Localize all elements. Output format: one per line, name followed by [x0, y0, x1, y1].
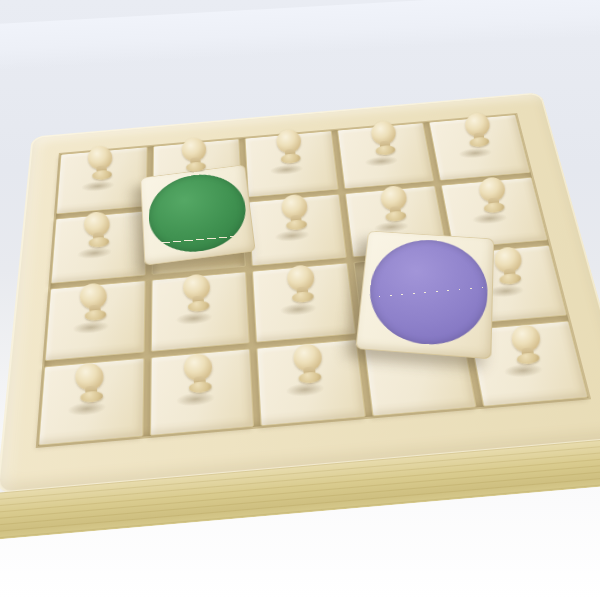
knob-base: [469, 137, 489, 148]
tile-knob[interactable]: [366, 120, 401, 162]
tile-knob[interactable]: [507, 323, 547, 371]
tile-r4c2-face-down[interactable]: [149, 348, 254, 436]
knob-base: [384, 210, 405, 222]
purple-felt-circle: [364, 237, 488, 349]
tile-knob[interactable]: [376, 184, 413, 228]
knob-base: [280, 153, 300, 164]
revealed-tile-purple[interactable]: [355, 231, 494, 360]
knob-base: [499, 273, 521, 285]
tile-knob[interactable]: [178, 273, 216, 319]
tile-grid: [38, 114, 588, 445]
tile-r1c3-face-down[interactable]: [245, 131, 339, 198]
tile-knob[interactable]: [79, 210, 116, 254]
tile-r2c3-face-down[interactable]: [248, 194, 346, 267]
tile-r1c5-face-down[interactable]: [429, 114, 531, 180]
knob-base: [187, 300, 209, 312]
tile-knob[interactable]: [475, 176, 512, 220]
tile-r1c4-face-down[interactable]: [337, 122, 435, 188]
tile-r1c1-face-down[interactable]: [56, 147, 147, 214]
green-felt-circle: [147, 169, 251, 257]
knob-base: [188, 381, 212, 394]
knob-base: [291, 291, 313, 303]
knob-base: [88, 236, 109, 248]
tile-knob[interactable]: [70, 362, 110, 410]
revealed-tile-green[interactable]: [140, 164, 256, 265]
knob-base: [375, 145, 395, 156]
tile-knob[interactable]: [272, 129, 307, 171]
tile-knob[interactable]: [282, 264, 320, 310]
tile-knob[interactable]: [83, 145, 118, 187]
tile-knob[interactable]: [277, 193, 314, 237]
tile-knob[interactable]: [490, 246, 528, 292]
knob-base: [516, 352, 540, 365]
game-board: [0, 92, 600, 494]
tile-knob[interactable]: [179, 352, 219, 400]
knob-base: [298, 371, 322, 384]
tile-knob[interactable]: [75, 282, 113, 328]
knob-base: [483, 202, 504, 214]
tile-r3c2-face-down[interactable]: [150, 271, 250, 351]
knob-base: [84, 309, 106, 321]
tile-knob[interactable]: [461, 112, 496, 154]
knob-base: [285, 219, 306, 231]
tile-r4c1-face-down[interactable]: [38, 357, 144, 445]
scene: [0, 0, 600, 600]
tile-knob[interactable]: [288, 343, 328, 391]
knob-base: [186, 162, 206, 173]
knob-base: [91, 170, 111, 181]
tile-r4c3-face-down[interactable]: [256, 339, 365, 427]
knob-base: [79, 390, 103, 403]
